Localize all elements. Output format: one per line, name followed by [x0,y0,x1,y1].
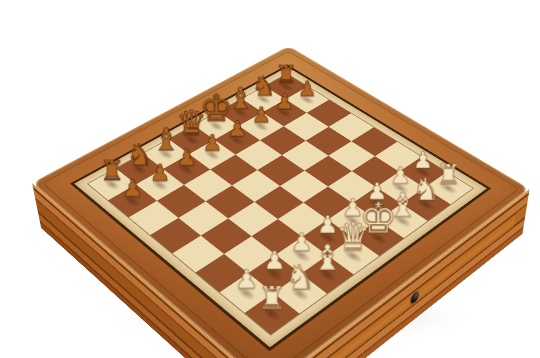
chess-set-photo: ♜♞♝♛♚♝♞♜♟♟♟♟♟♟♟♟♟♟♟♟♟♟♟♟♜♞♝♛♚♝♞♜ [0,0,540,358]
drawer-knob[interactable] [410,290,419,306]
white-rook-glyph: ♜ [258,284,286,313]
black-pawn-glyph: ♟ [122,178,143,200]
